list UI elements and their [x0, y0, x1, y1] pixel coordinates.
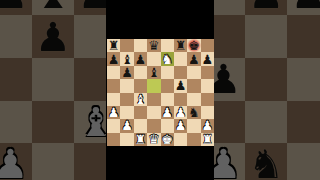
- square-h5[interactable]: [201, 79, 214, 92]
- black-queen[interactable]: ♛: [148, 39, 160, 52]
- bg-square-h3: [287, 143, 320, 180]
- square-e3[interactable]: ♟: [161, 106, 174, 119]
- square-d3[interactable]: [147, 106, 160, 119]
- white-pawn[interactable]: ♟: [108, 106, 120, 119]
- square-f2[interactable]: ♟: [174, 119, 187, 132]
- square-h6[interactable]: [201, 66, 214, 79]
- square-g8[interactable]: ♚: [187, 39, 200, 52]
- square-b8[interactable]: [120, 39, 133, 52]
- bg-square-h4: [287, 101, 320, 144]
- square-h7[interactable]: ♟: [201, 52, 214, 65]
- black-pawn[interactable]: ♟: [175, 79, 187, 92]
- square-d1[interactable]: ♛: [147, 133, 160, 146]
- square-b2[interactable]: ♟: [120, 119, 133, 132]
- square-a6[interactable]: [107, 66, 120, 79]
- bg-square-a4: [0, 101, 32, 144]
- white-bishop[interactable]: ♝: [135, 93, 147, 106]
- black-pawn-bg: ♟: [0, 0, 28, 13]
- square-a3[interactable]: ♟: [107, 106, 120, 119]
- black-pawn[interactable]: ♟: [188, 52, 200, 65]
- square-c4[interactable]: ♝: [134, 93, 147, 106]
- black-rook[interactable]: ♜: [175, 39, 187, 52]
- square-e1[interactable]: ♚: [161, 133, 174, 146]
- square-d5[interactable]: [147, 79, 160, 92]
- square-e8[interactable]: [161, 39, 174, 52]
- black-rook[interactable]: ♜: [108, 39, 120, 52]
- square-a1[interactable]: [107, 133, 120, 146]
- square-g3[interactable]: ♞: [187, 106, 200, 119]
- black-pawn[interactable]: ♟: [121, 66, 133, 79]
- white-pawn[interactable]: ♟: [201, 119, 213, 132]
- square-c5[interactable]: [134, 79, 147, 92]
- bg-square-a3: ♟: [0, 143, 32, 180]
- black-pawn[interactable]: ♟: [108, 52, 120, 65]
- black-pawn-bg: ♟: [35, 16, 71, 56]
- square-h1[interactable]: ♜: [201, 133, 214, 146]
- square-f4[interactable]: [174, 93, 187, 106]
- square-h4[interactable]: [201, 93, 214, 106]
- square-e2[interactable]: [161, 119, 174, 132]
- chess-board[interactable]: ♜♛♜♚♟♝♟♞♟♟♟♝♟♝♟♟♟♞♟♟♟♜♛♚♜: [107, 39, 214, 146]
- square-b6[interactable]: ♟: [120, 66, 133, 79]
- square-h3[interactable]: [201, 106, 214, 119]
- square-f7[interactable]: [174, 52, 187, 65]
- square-f3[interactable]: ♟: [174, 106, 187, 119]
- bg-square-a7: ♟: [0, 0, 32, 15]
- square-b3[interactable]: [120, 106, 133, 119]
- white-pawn[interactable]: ♟: [175, 119, 187, 132]
- bg-square-b4: [32, 101, 75, 144]
- square-e5[interactable]: [161, 79, 174, 92]
- black-pawn[interactable]: ♟: [201, 52, 213, 65]
- bg-square-g4: [245, 101, 288, 144]
- black-bishop[interactable]: ♝: [121, 52, 133, 65]
- square-d4[interactable]: [147, 93, 160, 106]
- bg-square-h5: [287, 58, 320, 101]
- white-pawn[interactable]: ♟: [161, 106, 173, 119]
- square-g7[interactable]: ♟: [187, 52, 200, 65]
- square-b4[interactable]: [120, 93, 133, 106]
- square-d6[interactable]: ♝: [147, 66, 160, 79]
- square-g2[interactable]: [187, 119, 200, 132]
- white-rook[interactable]: ♜: [135, 133, 147, 146]
- black-knight-bg: ♞: [248, 144, 284, 180]
- square-a5[interactable]: [107, 79, 120, 92]
- square-e7[interactable]: ♞: [161, 52, 174, 65]
- bg-square-b5: [32, 58, 75, 101]
- square-g5[interactable]: [187, 79, 200, 92]
- square-g4[interactable]: [187, 93, 200, 106]
- bg-square-a5: [0, 58, 32, 101]
- black-king[interactable]: ♚: [188, 39, 200, 52]
- square-h2[interactable]: ♟: [201, 119, 214, 132]
- white-pawn-bg: ♟: [0, 144, 28, 180]
- square-c2[interactable]: [134, 119, 147, 132]
- square-e4[interactable]: [161, 93, 174, 106]
- white-king[interactable]: ♚: [161, 133, 173, 146]
- bg-square-h7: ♟: [287, 0, 320, 15]
- square-d7[interactable]: [147, 52, 160, 65]
- square-b5[interactable]: [120, 79, 133, 92]
- black-pawn[interactable]: ♟: [135, 52, 147, 65]
- white-rook[interactable]: ♜: [201, 133, 213, 146]
- square-h8[interactable]: [201, 39, 214, 52]
- square-c6[interactable]: [134, 66, 147, 79]
- square-f5[interactable]: ♟: [174, 79, 187, 92]
- square-b7[interactable]: ♝: [120, 52, 133, 65]
- square-a4[interactable]: [107, 93, 120, 106]
- black-bishop-bg: ♝: [35, 0, 71, 13]
- bg-square-a6: [0, 15, 32, 58]
- bg-square-g5: [245, 58, 288, 101]
- white-queen[interactable]: ♛: [148, 133, 160, 146]
- bg-square-g7: ♟: [245, 0, 288, 15]
- white-pawn[interactable]: ♟: [175, 106, 187, 119]
- square-f1[interactable]: [174, 133, 187, 146]
- square-d2[interactable]: [147, 119, 160, 132]
- square-b1[interactable]: [120, 133, 133, 146]
- black-knight[interactable]: ♞: [188, 106, 200, 119]
- square-g6[interactable]: [187, 66, 200, 79]
- bg-square-b7: ♝: [32, 0, 75, 15]
- black-pawn-bg: ♟: [248, 0, 284, 13]
- square-c7[interactable]: ♟: [134, 52, 147, 65]
- square-d8[interactable]: ♛: [147, 39, 160, 52]
- white-knight[interactable]: ♞: [161, 52, 173, 65]
- bg-square-g6: [245, 15, 288, 58]
- bg-square-h6: [287, 15, 320, 58]
- video-frame: ♜♛♜♚♟♝♟♞♟♟♟♝♟♝♟♟♟♞♟♟♟♜♛♚♜ ♜♛♜♚♟♝♟♞♟♟♟♝♟♝…: [0, 0, 320, 180]
- square-a2[interactable]: [107, 119, 120, 132]
- black-bishop[interactable]: ♝: [148, 66, 160, 79]
- square-f6[interactable]: [174, 66, 187, 79]
- square-c1[interactable]: ♜: [134, 133, 147, 146]
- bg-square-b3: [32, 143, 75, 180]
- white-pawn[interactable]: ♟: [121, 119, 133, 132]
- square-g1[interactable]: [187, 133, 200, 146]
- bg-square-g3: ♞: [245, 143, 288, 180]
- square-c8[interactable]: [134, 39, 147, 52]
- square-f8[interactable]: ♜: [174, 39, 187, 52]
- square-a7[interactable]: ♟: [107, 52, 120, 65]
- square-a8[interactable]: ♜: [107, 39, 120, 52]
- square-c3[interactable]: [134, 106, 147, 119]
- square-e6[interactable]: [161, 66, 174, 79]
- bg-square-b6: ♟: [32, 15, 75, 58]
- black-pawn-bg: ♟: [291, 0, 320, 13]
